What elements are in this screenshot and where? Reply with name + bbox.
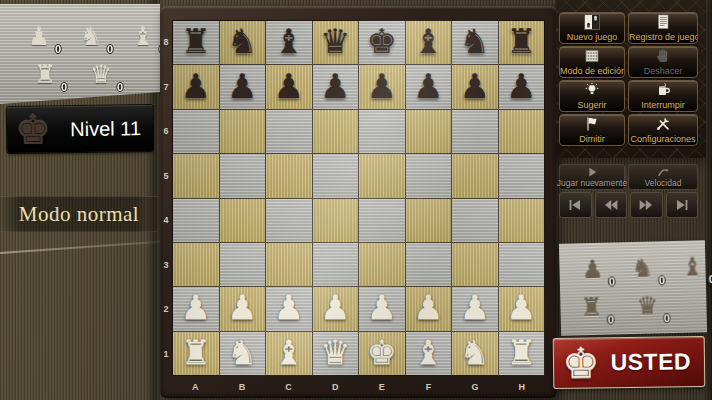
- piece-black-rook: ♜: [181, 24, 211, 58]
- square-f3[interactable]: [406, 243, 452, 286]
- square-g6[interactable]: [452, 110, 498, 153]
- piece-black-pawn: ♟: [367, 69, 397, 103]
- square-e1[interactable]: ♚: [359, 332, 405, 375]
- playback-row: Jugar nuevamente Velocidad: [559, 164, 698, 190]
- captured-white-bishop: ♝0: [128, 22, 158, 54]
- edit-mode-icon: [560, 48, 624, 66]
- hint-label: Sugerir: [577, 99, 606, 111]
- fast-forward-icon: [637, 197, 655, 213]
- captured-white-pieces-tray: ♟0♞0♝0 ♜0♛0: [0, 4, 160, 104]
- piece-white-bishop: ♝: [274, 335, 304, 369]
- settings-button[interactable]: Configuraciones: [628, 114, 698, 146]
- file-label-d: D: [312, 378, 359, 396]
- tray-row: ♟0♞0♝0: [577, 252, 708, 287]
- captured-count: 0: [663, 312, 669, 324]
- board-grid[interactable]: ♜♞♝♛♚♝♞♜♟♟♟♟♟♟♟♟♟♟♟♟♟♟♟♟♜♞♝♛♚♝♞♜: [172, 20, 545, 376]
- square-g3[interactable]: [452, 243, 498, 286]
- square-a6[interactable]: [173, 110, 219, 153]
- piece-black-pawn: ♟: [320, 69, 350, 103]
- piece-black-king: ♚: [367, 24, 397, 58]
- file-label-g: G: [452, 378, 499, 396]
- opponent-name-bar: ♚ Nivel 11: [7, 105, 154, 153]
- piece-white-king: ♚: [367, 335, 397, 369]
- rank-label-5: 5: [160, 154, 172, 199]
- captured-black-pieces-tray: ♟0♞0♝0 ♜0♛0: [559, 240, 707, 336]
- piece-black-knight: ♞: [460, 24, 490, 58]
- square-e7[interactable]: ♟: [359, 65, 405, 108]
- rank-labels: 87654321: [160, 20, 172, 376]
- square-d4[interactable]: [313, 199, 359, 242]
- queen-icon: ♛: [86, 60, 116, 90]
- skip-to-start-icon: [566, 197, 584, 213]
- piece-white-pawn: ♟: [320, 290, 350, 324]
- piece-black-pawn: ♟: [460, 69, 490, 103]
- square-h4[interactable]: [499, 199, 545, 242]
- piece-white-pawn: ♟: [367, 290, 397, 324]
- square-b5[interactable]: [220, 154, 266, 197]
- piece-white-pawn: ♟: [413, 290, 443, 324]
- square-c6[interactable]: [266, 110, 312, 153]
- new-game-label: Nuevo juego: [567, 31, 618, 43]
- game-record-button[interactable]: Registro de juego: [628, 12, 698, 44]
- media-controls: [559, 192, 698, 218]
- square-e5[interactable]: [359, 154, 405, 197]
- file-label-b: B: [219, 378, 266, 396]
- piece-white-pawn: ♟: [227, 290, 257, 324]
- new-game-button[interactable]: Nuevo juego: [559, 12, 625, 44]
- rank-label-1: 1: [160, 332, 172, 377]
- square-h8[interactable]: ♜: [499, 21, 545, 64]
- piece-white-rook: ♜: [506, 335, 536, 369]
- speed-label: Velocidad: [645, 178, 682, 189]
- square-c3[interactable]: [266, 243, 312, 286]
- piece-black-knight: ♞: [227, 24, 257, 58]
- play-icon: [560, 165, 624, 179]
- pawn-icon: ♟: [577, 255, 608, 286]
- edit-mode-label: Modo de edición: [560, 65, 624, 77]
- settings-tools-icon: [629, 116, 697, 134]
- game-record-label: Registro de juego: [629, 31, 697, 43]
- square-b7[interactable]: ♟: [220, 65, 266, 108]
- captured-count: 0: [659, 274, 665, 286]
- captured-count: 0: [607, 313, 613, 325]
- app-window: ♟0♞0♝0 ♜0♛0 ♚ Nivel 11 Modo normal 87654…: [0, 0, 712, 400]
- square-h7[interactable]: ♟: [499, 65, 545, 108]
- rewind-icon: [602, 197, 620, 213]
- piece-white-pawn: ♟: [181, 290, 211, 324]
- queen-icon: ♛: [632, 291, 663, 322]
- new-game-icon: [560, 14, 624, 32]
- file-labels: ABCDEFGH: [172, 378, 545, 396]
- piece-black-rook: ♜: [506, 24, 536, 58]
- player-name-label: USTED: [599, 348, 704, 376]
- square-d3[interactable]: [313, 243, 359, 286]
- captured-white-queen: ♛0: [86, 60, 116, 92]
- chess-board-frame: 87654321 ♜♞♝♛♚♝♞♜♟♟♟♟♟♟♟♟♟♟♟♟♟♟♟♟♜♞♝♛♚♝♞…: [160, 6, 557, 398]
- square-c1[interactable]: ♝: [266, 332, 312, 375]
- interrupt-label: Interrumpir: [641, 99, 685, 111]
- square-a3[interactable]: [173, 243, 219, 286]
- rank-label-6: 6: [160, 109, 172, 154]
- game-record-icon: [629, 14, 697, 32]
- resign-flag-icon: [560, 116, 624, 134]
- speed-arrow-icon: [629, 165, 697, 179]
- knight-icon: ♞: [627, 253, 658, 284]
- square-b6[interactable]: [220, 110, 266, 153]
- skip-to-start-button[interactable]: [559, 192, 592, 218]
- piece-black-bishop: ♝: [413, 24, 443, 58]
- undo-hand-icon: [629, 48, 697, 66]
- square-g8[interactable]: ♞: [452, 21, 498, 64]
- square-b4[interactable]: [220, 199, 266, 242]
- piece-black-pawn: ♟: [506, 69, 536, 103]
- square-a5[interactable]: [173, 154, 219, 197]
- menu-button-grid: Nuevo juego Registro de juego Modo de ed…: [559, 12, 698, 146]
- rewind-button[interactable]: [595, 192, 628, 218]
- square-b8[interactable]: ♞: [220, 21, 266, 64]
- captured-count: 0: [709, 273, 712, 285]
- captured-count: 0: [55, 43, 61, 55]
- rank-label-3: 3: [160, 243, 172, 288]
- file-label-h: H: [498, 378, 545, 396]
- resign-label: Dimitir: [579, 133, 605, 145]
- square-b1[interactable]: ♞: [220, 332, 266, 375]
- captured-count: 0: [117, 81, 123, 93]
- square-c4[interactable]: [266, 199, 312, 242]
- square-a7[interactable]: ♟: [173, 65, 219, 108]
- square-c5[interactable]: [266, 154, 312, 197]
- black-king-icon: ♚: [15, 107, 51, 151]
- square-e2[interactable]: ♟: [359, 287, 405, 330]
- square-h1[interactable]: ♜: [499, 332, 545, 375]
- square-d8[interactable]: ♛: [313, 21, 359, 64]
- square-f5[interactable]: [406, 154, 452, 197]
- piece-black-pawn: ♟: [181, 69, 211, 103]
- square-e3[interactable]: [359, 243, 405, 286]
- knight-icon: ♞: [76, 22, 106, 52]
- captured-count: 0: [107, 43, 113, 55]
- piece-white-pawn: ♟: [460, 290, 490, 324]
- square-d5[interactable]: [313, 154, 359, 197]
- square-g1[interactable]: ♞: [452, 332, 498, 375]
- square-g5[interactable]: [452, 154, 498, 197]
- interrupt-button[interactable]: Interrumpir: [628, 80, 698, 112]
- square-g7[interactable]: ♟: [452, 65, 498, 108]
- tray-row: ♜0♛0: [30, 60, 116, 92]
- panel-edge-shadow: [704, 0, 712, 400]
- speed-button[interactable]: Velocidad: [628, 164, 698, 190]
- piece-black-pawn: ♟: [274, 69, 304, 103]
- square-g4[interactable]: [452, 199, 498, 242]
- square-c8[interactable]: ♝: [266, 21, 312, 64]
- captured-black-knight: ♞0: [627, 253, 658, 286]
- tray-row: ♜0♛0: [576, 291, 663, 325]
- square-d6[interactable]: [313, 110, 359, 153]
- hint-button[interactable]: Sugerir: [559, 80, 625, 112]
- square-b2[interactable]: ♟: [220, 287, 266, 330]
- interrupt-mug-icon: [629, 82, 697, 100]
- player-name-bar: ♚ USTED: [553, 336, 706, 389]
- square-h3[interactable]: [499, 243, 545, 286]
- pawn-icon: ♟: [24, 22, 54, 52]
- settings-label: Configuraciones: [630, 133, 695, 145]
- square-a4[interactable]: [173, 199, 219, 242]
- square-d2[interactable]: ♟: [313, 287, 359, 330]
- file-label-c: C: [265, 378, 312, 396]
- square-h6[interactable]: [499, 110, 545, 153]
- captured-white-knight: ♞0: [76, 22, 106, 54]
- white-king-icon: ♚: [562, 340, 600, 386]
- resign-button[interactable]: Dimitir: [559, 114, 625, 146]
- square-d1[interactable]: ♛: [313, 332, 359, 375]
- rook-icon: ♜: [576, 293, 607, 324]
- captured-white-rook: ♜0: [30, 60, 60, 92]
- piece-black-bishop: ♝: [274, 24, 304, 58]
- piece-black-pawn: ♟: [227, 69, 257, 103]
- piece-white-rook: ♜: [181, 335, 211, 369]
- square-e6[interactable]: [359, 110, 405, 153]
- captured-black-rook: ♜0: [576, 293, 607, 326]
- square-a2[interactable]: ♟: [173, 287, 219, 330]
- file-label-a: A: [172, 378, 219, 396]
- square-f4[interactable]: [406, 199, 452, 242]
- playback-panel: Jugar nuevamente Velocidad: [559, 164, 698, 218]
- captured-black-queen: ♛0: [632, 291, 663, 324]
- captured-count: 0: [609, 275, 615, 287]
- square-c7[interactable]: ♟: [266, 65, 312, 108]
- piece-white-pawn: ♟: [506, 290, 536, 324]
- square-f6[interactable]: [406, 110, 452, 153]
- square-g2[interactable]: ♟: [452, 287, 498, 330]
- captured-black-pawn: ♟0: [577, 255, 608, 288]
- square-h2[interactable]: ♟: [499, 287, 545, 330]
- opponent-panel: ♟0♞0♝0 ♜0♛0 ♚ Nivel 11 Modo normal: [0, 0, 162, 400]
- square-f7[interactable]: ♟: [406, 65, 452, 108]
- square-f2[interactable]: ♟: [406, 287, 452, 330]
- piece-white-bishop: ♝: [413, 335, 443, 369]
- undo-button[interactable]: Deshacer: [628, 46, 698, 78]
- square-f1[interactable]: ♝: [406, 332, 452, 375]
- square-b3[interactable]: [220, 243, 266, 286]
- square-e4[interactable]: [359, 199, 405, 242]
- square-a8[interactable]: ♜: [173, 21, 219, 64]
- square-f8[interactable]: ♝: [406, 21, 452, 64]
- rook-icon: ♜: [30, 60, 60, 90]
- rank-label-4: 4: [160, 198, 172, 243]
- file-label-e: E: [359, 378, 406, 396]
- skip-to-end-icon: [673, 197, 691, 213]
- captured-count: 0: [61, 81, 67, 93]
- bishop-icon: ♝: [677, 252, 708, 283]
- square-c2[interactable]: ♟: [266, 287, 312, 330]
- captured-white-pawn: ♟0: [24, 22, 54, 54]
- bishop-icon: ♝: [128, 22, 158, 52]
- control-panel: Nuevo juego Registro de juego Modo de ed…: [556, 0, 712, 400]
- file-label-f: F: [405, 378, 452, 396]
- rank-label-2: 2: [160, 287, 172, 332]
- captured-black-bishop: ♝0: [677, 252, 708, 285]
- rank-label-8: 8: [160, 20, 172, 65]
- game-mode-band: Modo normal: [0, 196, 158, 232]
- piece-white-pawn: ♟: [274, 290, 304, 324]
- piece-white-queen: ♛: [320, 335, 350, 369]
- square-e8[interactable]: ♚: [359, 21, 405, 64]
- fast-forward-button[interactable]: [630, 192, 663, 218]
- piece-black-pawn: ♟: [413, 69, 443, 103]
- game-mode-label: Modo normal: [19, 202, 139, 227]
- edit-mode-button[interactable]: Modo de edición: [559, 46, 625, 78]
- opponent-name-label: Nivel 11: [51, 116, 153, 140]
- tray-row: ♟0♞0♝0: [24, 22, 158, 54]
- skip-to-end-button[interactable]: [666, 192, 699, 218]
- rank-label-7: 7: [160, 65, 172, 110]
- undo-label: Deshacer: [644, 65, 683, 77]
- hint-bulb-icon: [560, 82, 624, 100]
- square-h5[interactable]: [499, 154, 545, 197]
- replay-label: Jugar nuevamente: [557, 178, 627, 189]
- piece-white-knight: ♞: [460, 335, 490, 369]
- replay-button[interactable]: Jugar nuevamente: [559, 164, 625, 190]
- square-d7[interactable]: ♟: [313, 65, 359, 108]
- square-a1[interactable]: ♜: [173, 332, 219, 375]
- piece-black-queen: ♛: [320, 24, 350, 58]
- piece-white-knight: ♞: [227, 335, 257, 369]
